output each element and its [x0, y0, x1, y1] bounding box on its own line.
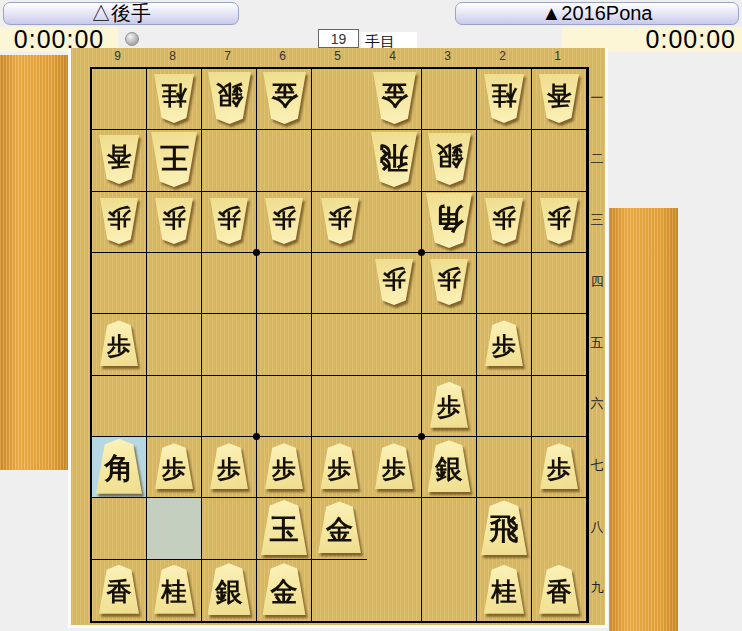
square-4-6[interactable]: [367, 376, 422, 437]
square-5-4[interactable]: [312, 253, 367, 314]
square-6-3[interactable]: 歩: [257, 192, 312, 253]
piece-sente-lance: 香: [539, 565, 579, 614]
piece-gote-pawn: 歩: [100, 198, 138, 244]
rank-label-6: 六: [588, 374, 606, 435]
square-6-6[interactable]: [257, 376, 312, 437]
square-4-4[interactable]: 歩: [367, 253, 422, 314]
piece-wrapper: 桂: [484, 74, 524, 123]
piece-wrapper: 歩: [100, 320, 138, 366]
square-8-9[interactable]: 桂: [147, 560, 202, 621]
piece-gote-pawn: 歩: [430, 259, 468, 305]
square-4-9[interactable]: [367, 560, 422, 621]
piece-wrapper: 銀: [428, 133, 471, 185]
square-9-5[interactable]: 歩: [92, 314, 147, 375]
piece-sente-bishop: 角: [96, 439, 142, 494]
piece-gote-lance: 香: [99, 135, 139, 184]
piece-gote-pawn: 歩: [265, 198, 303, 244]
square-8-2[interactable]: 王: [147, 130, 202, 191]
square-3-8[interactable]: [422, 498, 477, 559]
square-7-5[interactable]: [202, 314, 257, 375]
square-2-2[interactable]: [477, 130, 532, 191]
file-label-6: 6: [255, 49, 310, 66]
piece-sente-pawn: 歩: [430, 382, 468, 428]
file-label-5: 5: [310, 49, 365, 66]
piece-sente-pawn: 歩: [375, 443, 413, 489]
square-9-9[interactable]: 香: [92, 560, 147, 621]
file-label-1: 1: [530, 49, 585, 66]
square-1-3[interactable]: 歩: [532, 192, 587, 253]
piece-wrapper: 金: [263, 563, 306, 615]
square-2-6[interactable]: [477, 376, 532, 437]
square-9-6[interactable]: [92, 376, 147, 437]
square-6-2[interactable]: [257, 130, 312, 191]
square-1-5[interactable]: [532, 314, 587, 375]
square-1-4[interactable]: [532, 253, 587, 314]
piece-wrapper: 桂: [154, 74, 194, 123]
piece-sente-silver: 銀: [208, 563, 251, 615]
piece-gote-knight: 桂: [154, 74, 194, 123]
piece-gote-rook: 飛: [371, 132, 417, 187]
rank-label-9: 九: [588, 558, 606, 619]
rank-label-7: 七: [588, 435, 606, 496]
square-9-2[interactable]: 香: [92, 130, 147, 191]
komadai-sente[interactable]: [609, 208, 678, 631]
piece-wrapper: 歩: [321, 198, 359, 244]
square-6-9[interactable]: 金: [257, 560, 312, 621]
square-6-5[interactable]: [257, 314, 312, 375]
piece-wrapper: 歩: [265, 198, 303, 244]
player-plate-sente: ▲2016Pona: [455, 2, 739, 25]
piece-wrapper: 角: [426, 193, 472, 248]
piece-wrapper: 銀: [428, 440, 471, 492]
rank-label-4: 四: [588, 251, 606, 312]
piece-wrapper: 玉: [261, 500, 307, 555]
rank-label-1: 一: [588, 67, 606, 128]
square-3-3[interactable]: 角: [422, 192, 477, 253]
square-5-8[interactable]: 金: [312, 498, 367, 559]
square-4-3[interactable]: [367, 192, 422, 253]
piece-gote-knight: 桂: [484, 74, 524, 123]
square-7-8[interactable]: [202, 498, 257, 559]
piece-wrapper: 桂: [154, 565, 194, 614]
square-8-1[interactable]: 桂: [147, 69, 202, 130]
square-6-7[interactable]: 歩: [257, 437, 312, 498]
piece-wrapper: 飛: [481, 500, 527, 555]
board-grid: 桂銀金金桂香香王飛銀歩歩歩歩歩角歩歩歩歩歩歩歩角歩歩歩歩歩銀歩玉金飛香桂銀金桂香: [90, 67, 589, 623]
piece-wrapper: 飛: [371, 132, 417, 187]
piece-wrapper: 歩: [485, 320, 523, 366]
piece-wrapper: 歩: [210, 198, 248, 244]
piece-gote-gold: 金: [373, 72, 416, 124]
square-8-4[interactable]: [147, 253, 202, 314]
piece-wrapper: 香: [99, 565, 139, 614]
piece-sente-gold: 金: [318, 501, 361, 553]
clock-sente-time: 0:00:00: [646, 25, 736, 54]
piece-wrapper: 桂: [484, 565, 524, 614]
square-1-1[interactable]: 香: [532, 69, 587, 130]
square-7-7[interactable]: 歩: [202, 437, 257, 498]
piece-sente-knight: 桂: [484, 565, 524, 614]
square-7-3[interactable]: 歩: [202, 192, 257, 253]
square-2-8[interactable]: 飛: [477, 498, 532, 559]
square-4-8[interactable]: [367, 498, 422, 559]
piece-wrapper: 角: [96, 439, 142, 494]
square-9-4[interactable]: [92, 253, 147, 314]
piece-wrapper: 歩: [210, 443, 248, 489]
piece-wrapper: 歩: [100, 198, 138, 244]
square-3-6[interactable]: 歩: [422, 376, 477, 437]
piece-sente-knight: 桂: [154, 565, 194, 614]
piece-gote-bishop: 角: [426, 193, 472, 248]
file-label-4: 4: [365, 49, 420, 66]
piece-wrapper: 歩: [430, 382, 468, 428]
piece-sente-pawn: 歩: [265, 443, 303, 489]
komadai-gote[interactable]: [0, 55, 68, 470]
square-9-7[interactable]: 角: [92, 437, 147, 498]
square-8-3[interactable]: 歩: [147, 192, 202, 253]
square-8-7[interactable]: 歩: [147, 437, 202, 498]
square-3-4[interactable]: 歩: [422, 253, 477, 314]
status-led-icon: [125, 32, 139, 46]
square-5-5[interactable]: [312, 314, 367, 375]
piece-wrapper: 歩: [321, 443, 359, 489]
file-label-8: 8: [145, 49, 200, 66]
player-name-gote: △後手: [91, 0, 151, 27]
square-6-1[interactable]: 金: [257, 69, 312, 130]
piece-sente-pawn: 歩: [485, 320, 523, 366]
piece-wrapper: 銀: [208, 72, 251, 124]
rank-labels: 一二三四五六七八九: [588, 67, 606, 619]
square-1-9[interactable]: 香: [532, 560, 587, 621]
square-5-7[interactable]: 歩: [312, 437, 367, 498]
piece-gote-pawn: 歩: [375, 259, 413, 305]
piece-wrapper: 歩: [540, 198, 578, 244]
square-3-9[interactable]: [422, 560, 477, 621]
piece-gote-king: 王: [151, 132, 197, 187]
square-2-9[interactable]: 桂: [477, 560, 532, 621]
piece-wrapper: 金: [373, 72, 416, 124]
square-3-1[interactable]: [422, 69, 477, 130]
square-4-1[interactable]: 金: [367, 69, 422, 130]
piece-sente-pawn: 歩: [100, 320, 138, 366]
piece-wrapper: 歩: [485, 198, 523, 244]
rank-label-8: 八: [588, 496, 606, 557]
move-number-input[interactable]: [318, 29, 359, 48]
piece-gote-lance: 香: [539, 74, 579, 123]
square-4-5[interactable]: [367, 314, 422, 375]
piece-gote-pawn: 歩: [210, 198, 248, 244]
piece-gote-pawn: 歩: [540, 198, 578, 244]
square-5-2[interactable]: [312, 130, 367, 191]
shogi-board: 987654321 一二三四五六七八九 桂銀金金桂香香王飛銀歩歩歩歩歩角歩歩歩歩…: [68, 48, 608, 628]
piece-wrapper: 王: [151, 132, 197, 187]
square-7-4[interactable]: [202, 253, 257, 314]
piece-sente-pawn: 歩: [210, 443, 248, 489]
piece-wrapper: 香: [539, 74, 579, 123]
square-4-7[interactable]: 歩: [367, 437, 422, 498]
file-labels: 987654321: [90, 49, 585, 66]
rank-label-5: 五: [588, 312, 606, 373]
square-1-8[interactable]: [532, 498, 587, 559]
square-6-8[interactable]: 玉: [257, 498, 312, 559]
piece-gote-silver: 銀: [428, 133, 471, 185]
piece-sente-lance: 香: [99, 565, 139, 614]
square-4-2[interactable]: 飛: [367, 130, 422, 191]
piece-wrapper: 銀: [208, 563, 251, 615]
piece-sente-pawn: 歩: [321, 443, 359, 489]
player-plate-gote: △後手: [3, 2, 239, 25]
square-2-7[interactable]: [477, 437, 532, 498]
square-6-4[interactable]: [257, 253, 312, 314]
piece-gote-silver: 銀: [208, 72, 251, 124]
square-2-5[interactable]: 歩: [477, 314, 532, 375]
square-5-9[interactable]: [312, 560, 367, 621]
piece-gote-pawn: 歩: [485, 198, 523, 244]
square-9-3[interactable]: 歩: [92, 192, 147, 253]
square-1-7[interactable]: 歩: [532, 437, 587, 498]
piece-sente-king: 玉: [261, 500, 307, 555]
square-1-2[interactable]: [532, 130, 587, 191]
piece-sente-pawn: 歩: [155, 443, 193, 489]
square-5-1[interactable]: [312, 69, 367, 130]
square-5-3[interactable]: 歩: [312, 192, 367, 253]
piece-sente-rook: 飛: [481, 500, 527, 555]
piece-wrapper: 金: [318, 501, 361, 553]
square-3-5[interactable]: [422, 314, 477, 375]
rank-label-3: 三: [588, 190, 606, 251]
piece-wrapper: 歩: [265, 443, 303, 489]
piece-sente-pawn: 歩: [540, 443, 578, 489]
rank-label-2: 二: [588, 128, 606, 189]
piece-wrapper: 歩: [375, 443, 413, 489]
piece-wrapper: 香: [539, 565, 579, 614]
file-label-7: 7: [200, 49, 255, 66]
square-9-1[interactable]: [92, 69, 147, 130]
square-9-8[interactable]: [92, 498, 147, 559]
square-7-6[interactable]: [202, 376, 257, 437]
square-8-6[interactable]: [147, 376, 202, 437]
piece-wrapper: 金: [263, 72, 306, 124]
file-label-3: 3: [420, 49, 475, 66]
square-3-2[interactable]: 銀: [422, 130, 477, 191]
square-5-6[interactable]: [312, 376, 367, 437]
piece-gote-pawn: 歩: [321, 198, 359, 244]
piece-gote-gold: 金: [263, 72, 306, 124]
file-label-2: 2: [475, 49, 530, 66]
player-name-sente: ▲2016Pona: [542, 2, 653, 25]
square-2-3[interactable]: 歩: [477, 192, 532, 253]
piece-wrapper: 香: [99, 135, 139, 184]
square-3-7[interactable]: 銀: [422, 437, 477, 498]
piece-gote-pawn: 歩: [155, 198, 193, 244]
square-7-2[interactable]: [202, 130, 257, 191]
square-2-4[interactable]: [477, 253, 532, 314]
square-2-1[interactable]: 桂: [477, 69, 532, 130]
piece-wrapper: 歩: [155, 443, 193, 489]
square-7-9[interactable]: 銀: [202, 560, 257, 621]
square-1-6[interactable]: [532, 376, 587, 437]
piece-wrapper: 歩: [430, 259, 468, 305]
piece-wrapper: 歩: [155, 198, 193, 244]
file-label-9: 9: [90, 49, 145, 66]
square-8-8[interactable]: [147, 498, 202, 559]
square-7-1[interactable]: 銀: [202, 69, 257, 130]
piece-sente-silver: 銀: [428, 440, 471, 492]
piece-sente-gold: 金: [263, 563, 306, 615]
square-8-5[interactable]: [147, 314, 202, 375]
piece-wrapper: 歩: [540, 443, 578, 489]
piece-wrapper: 歩: [375, 259, 413, 305]
